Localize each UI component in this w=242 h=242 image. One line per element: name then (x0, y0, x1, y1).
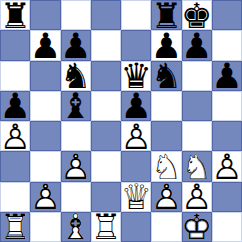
square-f8[interactable]: ♜ (151, 0, 181, 30)
square-a2[interactable] (0, 182, 30, 212)
square-c4[interactable] (61, 121, 91, 151)
square-c7[interactable]: ♟ (61, 30, 91, 60)
square-d6[interactable] (91, 61, 121, 91)
square-b3[interactable] (30, 151, 60, 181)
square-h1[interactable] (212, 212, 242, 242)
white-pawn: ♟♙ (212, 151, 242, 181)
square-f5[interactable] (151, 91, 181, 121)
square-e7[interactable] (121, 30, 151, 60)
white-queen: ♛♕ (121, 182, 151, 212)
square-g8[interactable]: ♚ (182, 0, 212, 30)
black-pawn: ♟ (30, 30, 60, 60)
square-c2[interactable] (61, 182, 91, 212)
square-b8[interactable] (30, 0, 60, 30)
square-f2[interactable]: ♟♙ (151, 182, 181, 212)
square-g3[interactable]: ♞♘ (182, 151, 212, 181)
square-b5[interactable] (30, 91, 60, 121)
square-c3[interactable]: ♟♙ (61, 151, 91, 181)
white-knight: ♞♘ (182, 151, 212, 181)
square-f6[interactable]: ♞ (151, 61, 181, 91)
square-c6[interactable]: ♞ (61, 61, 91, 91)
square-h2[interactable] (212, 182, 242, 212)
square-d1[interactable]: ♜♖ (91, 212, 121, 242)
white-rook: ♜♖ (0, 212, 30, 242)
black-pawn: ♟ (212, 61, 242, 91)
square-e5[interactable]: ♟ (121, 91, 151, 121)
white-pawn: ♟♙ (121, 121, 151, 151)
square-a1[interactable]: ♜♖ (0, 212, 30, 242)
square-g5[interactable] (182, 91, 212, 121)
square-b6[interactable] (30, 61, 60, 91)
square-h6[interactable]: ♟ (212, 61, 242, 91)
square-f7[interactable]: ♟ (151, 30, 181, 60)
white-bishop: ♝♗ (61, 212, 91, 242)
black-pawn: ♟ (0, 91, 30, 121)
square-e6[interactable]: ♛ (121, 61, 151, 91)
square-h7[interactable] (212, 30, 242, 60)
square-e8[interactable] (121, 0, 151, 30)
square-h5[interactable] (212, 91, 242, 121)
square-a3[interactable] (0, 151, 30, 181)
square-h3[interactable]: ♟♙ (212, 151, 242, 181)
square-c8[interactable] (61, 0, 91, 30)
white-pawn: ♟♙ (151, 182, 181, 212)
white-rook: ♜♖ (91, 212, 121, 242)
black-rook: ♜ (0, 0, 30, 30)
square-b4[interactable] (30, 121, 60, 151)
square-b1[interactable] (30, 212, 60, 242)
square-d7[interactable] (91, 30, 121, 60)
chess-board: ♜♜♚♟♟♟♟♞♛♞♟♟♝♟♟♙♟♙♟♙♞♘♞♘♟♙♟♙♛♕♟♙♟♙♜♖♝♗♜♖… (0, 0, 242, 242)
black-pawn: ♟ (182, 30, 212, 60)
square-a5[interactable]: ♟ (0, 91, 30, 121)
black-pawn: ♟ (121, 91, 151, 121)
black-knight: ♞ (151, 61, 181, 91)
square-d5[interactable] (91, 91, 121, 121)
square-e4[interactable]: ♟♙ (121, 121, 151, 151)
black-pawn: ♟ (61, 30, 91, 60)
square-c5[interactable]: ♝ (61, 91, 91, 121)
black-king: ♚ (182, 0, 212, 30)
white-knight: ♞♘ (151, 151, 181, 181)
black-queen: ♛ (121, 61, 151, 91)
white-pawn: ♟♙ (0, 121, 30, 151)
square-d3[interactable] (91, 151, 121, 181)
square-c1[interactable]: ♝♗ (61, 212, 91, 242)
square-b2[interactable]: ♟♙ (30, 182, 60, 212)
square-e2[interactable]: ♛♕ (121, 182, 151, 212)
square-h8[interactable] (212, 0, 242, 30)
square-a8[interactable]: ♜ (0, 0, 30, 30)
square-e1[interactable] (121, 212, 151, 242)
white-pawn: ♟♙ (30, 182, 60, 212)
square-g2[interactable]: ♟♙ (182, 182, 212, 212)
white-pawn: ♟♙ (61, 151, 91, 181)
white-king: ♚♔ (182, 212, 212, 242)
black-pawn: ♟ (151, 30, 181, 60)
square-g4[interactable] (182, 121, 212, 151)
square-h4[interactable] (212, 121, 242, 151)
square-a7[interactable] (0, 30, 30, 60)
square-d4[interactable] (91, 121, 121, 151)
square-f3[interactable]: ♞♘ (151, 151, 181, 181)
square-g7[interactable]: ♟ (182, 30, 212, 60)
black-bishop: ♝ (61, 91, 91, 121)
square-d2[interactable] (91, 182, 121, 212)
square-b7[interactable]: ♟ (30, 30, 60, 60)
square-e3[interactable] (121, 151, 151, 181)
square-f4[interactable] (151, 121, 181, 151)
black-rook: ♜ (151, 0, 181, 30)
square-a6[interactable] (0, 61, 30, 91)
square-a4[interactable]: ♟♙ (0, 121, 30, 151)
square-g6[interactable] (182, 61, 212, 91)
square-f1[interactable] (151, 212, 181, 242)
square-g1[interactable]: ♚♔ (182, 212, 212, 242)
square-d8[interactable] (91, 0, 121, 30)
black-knight: ♞ (61, 61, 91, 91)
white-pawn: ♟♙ (182, 182, 212, 212)
